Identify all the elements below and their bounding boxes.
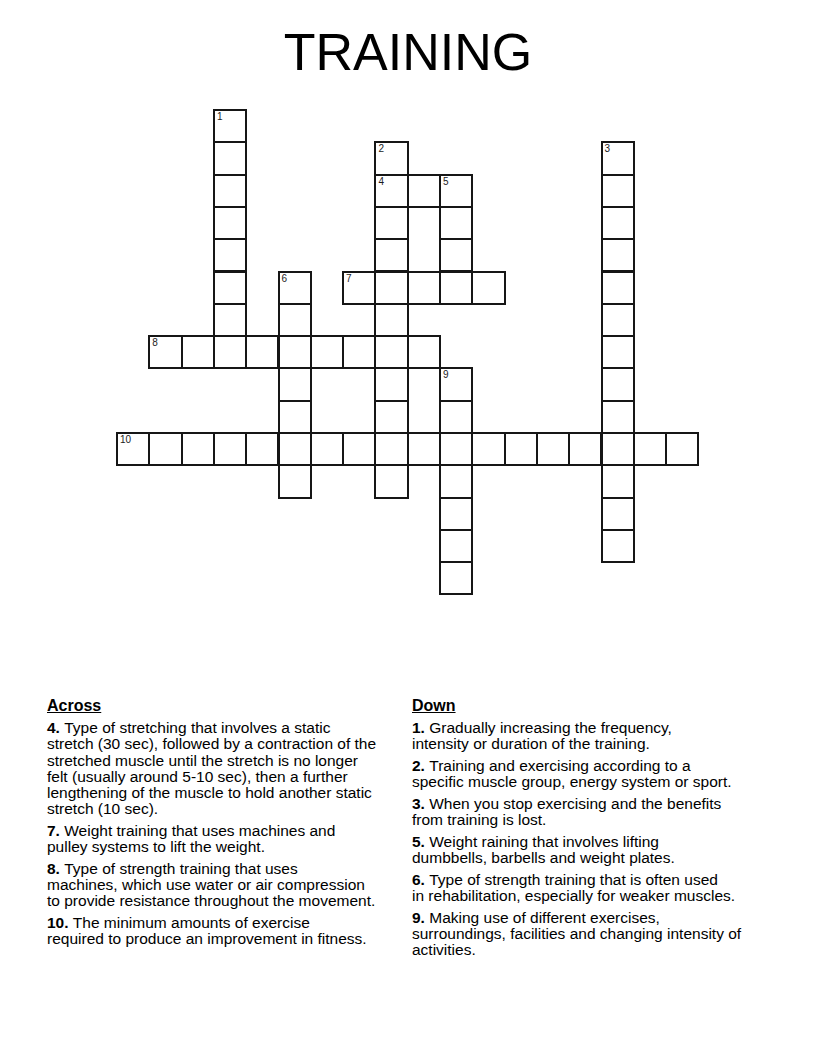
grid-cell-r10c16[interactable] <box>633 432 667 466</box>
grid-cell-r3c15[interactable] <box>601 206 635 240</box>
grid-cell-r10c14[interactable] <box>568 432 602 466</box>
grid-cell-r7c2[interactable] <box>181 335 215 369</box>
down-clue-2: 2. Training and exercising according to … <box>412 758 778 790</box>
puzzle-title: TRAINING <box>0 22 816 82</box>
clue-number-label: 1. <box>412 719 429 736</box>
grid-cell-r7c7[interactable] <box>342 335 376 369</box>
grid-cell-r6c15[interactable] <box>601 303 635 337</box>
grid-cell-r4c8[interactable] <box>374 238 408 272</box>
grid-cell-r2c9[interactable] <box>407 174 441 208</box>
grid-cell-r5c15[interactable] <box>601 271 635 305</box>
grid-cell-r10c13[interactable] <box>536 432 570 466</box>
grid-cell-r4c10[interactable] <box>439 238 473 272</box>
grid-cell-r12c15[interactable] <box>601 497 635 531</box>
grid-cell-r3c10[interactable] <box>439 206 473 240</box>
grid-cell-r8c5[interactable] <box>278 367 312 401</box>
grid-cell-r7c15[interactable] <box>601 335 635 369</box>
grid-cell-r7c9[interactable] <box>407 335 441 369</box>
grid-cell-r10c7[interactable] <box>342 432 376 466</box>
across-header: Across <box>47 698 411 714</box>
grid-cell-r10c2[interactable] <box>181 432 215 466</box>
grid-cell-r7c8[interactable] <box>374 335 408 369</box>
grid-cell-r6c8[interactable] <box>374 303 408 337</box>
clue-number-label: 7. <box>47 822 64 839</box>
grid-cell-r13c15[interactable] <box>601 529 635 563</box>
grid-cell-r10c4[interactable] <box>245 432 279 466</box>
down-clue-1: 1. Gradually increasing the frequency,in… <box>412 720 778 752</box>
grid-cell-r8c10[interactable]: 9 <box>439 367 473 401</box>
cell-number-1: 1 <box>217 111 223 122</box>
grid-cell-r10c8[interactable] <box>374 432 408 466</box>
clue-number-label: 10. <box>47 914 73 931</box>
grid-cell-r11c15[interactable] <box>601 464 635 498</box>
down-clues-section: Down 1. Gradually increasing the frequen… <box>412 698 778 964</box>
grid-cell-r7c3[interactable] <box>213 335 247 369</box>
cell-number-7: 7 <box>346 273 352 284</box>
grid-cell-r7c6[interactable] <box>310 335 344 369</box>
grid-cell-r5c8[interactable] <box>374 271 408 305</box>
grid-cell-r8c8[interactable] <box>374 367 408 401</box>
clue-number-label: 9. <box>412 909 429 926</box>
across-clue-8: 8. Type of strength training that usesma… <box>47 861 411 910</box>
clue-number-label: 5. <box>412 833 429 850</box>
grid-cell-r10c9[interactable] <box>407 432 441 466</box>
grid-cell-r1c3[interactable] <box>213 141 247 175</box>
crossword-board: 12435678910 <box>117 110 700 597</box>
clue-number-label: 8. <box>47 860 64 877</box>
across-clues-section: Across 4. Type of stretching that involv… <box>47 698 411 953</box>
clue-number-label: 6. <box>412 871 429 888</box>
down-header: Down <box>412 698 778 714</box>
worksheet-page: TRAINING 12435678910 Across 4. Type of s… <box>0 0 816 1056</box>
grid-cell-r12c10[interactable] <box>439 497 473 531</box>
cell-number-6: 6 <box>282 273 288 284</box>
across-clue-7: 7. Weight training that uses machines an… <box>47 823 411 855</box>
grid-cell-r10c11[interactable] <box>471 432 505 466</box>
grid-cell-r1c15[interactable]: 3 <box>601 141 635 175</box>
grid-cell-r2c3[interactable] <box>213 174 247 208</box>
grid-cell-r10c5[interactable] <box>278 432 312 466</box>
cell-number-5: 5 <box>443 176 449 187</box>
down-clue-list: 1. Gradually increasing the frequency,in… <box>412 720 778 958</box>
down-clue-5: 5. Weight raining that involves liftingd… <box>412 834 778 866</box>
grid-cell-r10c0[interactable]: 10 <box>116 432 150 466</box>
grid-cell-r5c7[interactable]: 7 <box>342 271 376 305</box>
grid-cell-r2c15[interactable] <box>601 174 635 208</box>
across-clue-list: 4. Type of stretching that involves a st… <box>47 720 411 947</box>
grid-cell-r9c5[interactable] <box>278 400 312 434</box>
grid-cell-r11c8[interactable] <box>374 464 408 498</box>
grid-cell-r10c6[interactable] <box>310 432 344 466</box>
grid-cell-r9c10[interactable] <box>439 400 473 434</box>
down-clue-3: 3. When you stop exercising and the bene… <box>412 796 778 828</box>
grid-cell-r10c10[interactable] <box>439 432 473 466</box>
cell-number-9: 9 <box>443 369 449 380</box>
cell-number-8: 8 <box>152 337 158 348</box>
grid-cell-r7c1[interactable]: 8 <box>148 335 182 369</box>
grid-cell-r2c8[interactable]: 4 <box>374 174 408 208</box>
grid-cell-r11c5[interactable] <box>278 464 312 498</box>
grid-cell-r13c10[interactable] <box>439 529 473 563</box>
grid-cell-r10c12[interactable] <box>504 432 538 466</box>
grid-cell-r5c10[interactable] <box>439 271 473 305</box>
grid-cell-r0c3[interactable]: 1 <box>213 109 247 143</box>
down-clue-9: 9. Making use of different exercises,sur… <box>412 910 778 959</box>
down-clue-6: 6. Type of strength training that is oft… <box>412 872 778 904</box>
cell-number-3: 3 <box>605 143 611 154</box>
grid-cell-r10c15[interactable] <box>601 432 635 466</box>
grid-cell-r5c3[interactable] <box>213 271 247 305</box>
grid-cell-r1c8[interactable]: 2 <box>374 141 408 175</box>
grid-cell-r3c8[interactable] <box>374 206 408 240</box>
grid-cell-r4c3[interactable] <box>213 238 247 272</box>
grid-cell-r3c3[interactable] <box>213 206 247 240</box>
clue-number-label: 3. <box>412 795 429 812</box>
across-clue-4: 4. Type of stretching that involves a st… <box>47 720 411 817</box>
grid-cell-r10c17[interactable] <box>665 432 699 466</box>
grid-cell-r5c5[interactable]: 6 <box>278 271 312 305</box>
cell-number-10: 10 <box>120 434 131 445</box>
cell-number-2: 2 <box>378 143 384 154</box>
grid-cell-r4c15[interactable] <box>601 238 635 272</box>
grid-cell-r8c15[interactable] <box>601 367 635 401</box>
grid-cell-r5c9[interactable] <box>407 271 441 305</box>
grid-cell-r10c3[interactable] <box>213 432 247 466</box>
grid-cell-r7c4[interactable] <box>245 335 279 369</box>
grid-cell-r7c5[interactable] <box>278 335 312 369</box>
grid-cell-r11c10[interactable] <box>439 464 473 498</box>
grid-cell-r2c10[interactable]: 5 <box>439 174 473 208</box>
grid-cell-r14c10[interactable] <box>439 561 473 595</box>
across-clue-10: 10. The minimum amounts of exerciserequi… <box>47 915 411 947</box>
cell-number-4: 4 <box>378 176 384 187</box>
grid-cell-r6c3[interactable] <box>213 303 247 337</box>
clue-number-label: 4. <box>47 719 64 736</box>
grid-cell-r9c8[interactable] <box>374 400 408 434</box>
grid-cell-r6c5[interactable] <box>278 303 312 337</box>
grid-cell-r10c1[interactable] <box>148 432 182 466</box>
grid-cell-r5c11[interactable] <box>471 271 505 305</box>
grid-cell-r9c15[interactable] <box>601 400 635 434</box>
clue-number-label: 2. <box>412 757 429 774</box>
